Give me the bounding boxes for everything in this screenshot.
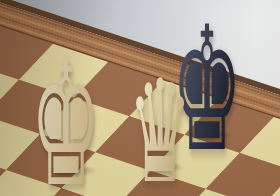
lighting-vignette: [0, 0, 280, 196]
photo-scene: ♚ ♛ ♚: [0, 0, 280, 196]
